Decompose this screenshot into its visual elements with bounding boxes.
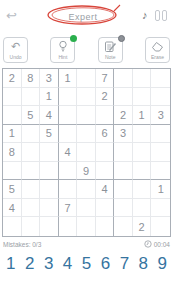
numpad-digit-9[interactable]: 9 [158, 255, 167, 272]
cell-r6c3[interactable] [40, 162, 59, 181]
cell-r9c2[interactable] [22, 217, 41, 236]
cell-r7c7[interactable] [114, 180, 133, 199]
cell-r5c8[interactable] [133, 143, 152, 162]
cell-r1c6[interactable]: 7 [96, 69, 115, 88]
status-row: Mistakes: 0/3 00:04 [0, 240, 173, 248]
cell-r3c8[interactable]: 1 [133, 106, 152, 125]
cell-r2c1[interactable] [3, 88, 22, 107]
cell-r2c5[interactable] [77, 88, 96, 107]
cell-r3c9[interactable]: 3 [151, 106, 170, 125]
cell-r5c1[interactable]: 8 [3, 143, 22, 162]
cell-r5c4[interactable]: 4 [59, 143, 78, 162]
numpad-digit-4[interactable]: 4 [63, 255, 72, 272]
cell-r4c8[interactable] [133, 125, 152, 144]
mistakes-counter: Mistakes: 0/3 [3, 241, 41, 248]
hint-button[interactable]: Hint [50, 37, 75, 63]
note-label: Note [105, 55, 116, 62]
cell-r3c3[interactable]: 4 [40, 106, 59, 125]
cell-r9c3[interactable] [40, 217, 59, 236]
numpad-digit-8[interactable]: 8 [139, 255, 148, 272]
cell-r6c1[interactable] [3, 162, 22, 181]
cell-r6c9[interactable] [151, 162, 170, 181]
cell-r4c3[interactable]: 5 [40, 125, 59, 144]
difficulty-title-wrap: Expert [24, 6, 142, 24]
top-bar: ↩ Expert ♪ [0, 0, 173, 26]
clock-icon [144, 240, 152, 248]
cell-r3c1[interactable] [3, 106, 22, 125]
cell-r4c9[interactable] [151, 125, 170, 144]
cell-r7c8[interactable] [133, 180, 152, 199]
cell-r1c4[interactable]: 1 [59, 69, 78, 88]
cell-r2c6[interactable]: 2 [96, 88, 115, 107]
cell-r2c7[interactable] [114, 88, 133, 107]
back-arrow-icon[interactable]: ↩ [6, 9, 24, 22]
undo-icon: ↶ [11, 38, 20, 55]
cell-r9c5[interactable] [77, 217, 96, 236]
cell-r7c1[interactable]: 5 [3, 180, 22, 199]
cell-r8c9[interactable] [151, 199, 170, 218]
cell-r8c8[interactable] [133, 199, 152, 218]
timer: 00:04 [144, 240, 170, 248]
hint-badge [70, 35, 77, 42]
cell-r8c3[interactable] [40, 199, 59, 218]
undo-label: Undo [10, 55, 22, 62]
timer-value: 00:04 [154, 241, 170, 248]
cell-r6c4[interactable] [59, 162, 78, 181]
cell-r8c6[interactable] [96, 199, 115, 218]
cell-r4c1[interactable]: 1 [3, 125, 22, 144]
cell-r4c5[interactable] [77, 125, 96, 144]
numpad-digit-2[interactable]: 2 [25, 255, 34, 272]
numpad-digit-1[interactable]: 1 [6, 255, 15, 272]
cell-r4c4[interactable] [59, 125, 78, 144]
cell-r2c3[interactable]: 1 [40, 88, 59, 107]
hint-label: Hint [58, 55, 67, 62]
cell-r8c7[interactable] [114, 199, 133, 218]
cell-r7c4[interactable] [59, 180, 78, 199]
cell-r3c6[interactable] [96, 106, 115, 125]
cell-r9c9[interactable] [151, 217, 170, 236]
numpad-digit-7[interactable]: 7 [120, 255, 129, 272]
sudoku-board: 2831712542131563849541472 [2, 68, 171, 237]
cell-r1c5[interactable] [77, 69, 96, 88]
cell-r9c6[interactable] [96, 217, 115, 236]
cell-r1c9[interactable] [151, 69, 170, 88]
cell-r1c1[interactable]: 2 [3, 69, 22, 88]
cell-r4c2[interactable] [22, 125, 41, 144]
cell-r5c9[interactable] [151, 143, 170, 162]
note-button[interactable]: Note [98, 37, 123, 63]
cell-r1c3[interactable]: 3 [40, 69, 59, 88]
cell-r7c2[interactable] [22, 180, 41, 199]
cell-r4c7[interactable]: 3 [114, 125, 133, 144]
cell-r8c5[interactable] [77, 199, 96, 218]
cell-r6c7[interactable] [114, 162, 133, 181]
cell-r9c1[interactable] [3, 217, 22, 236]
cell-r6c2[interactable] [22, 162, 41, 181]
numpad-digit-6[interactable]: 6 [101, 255, 110, 272]
note-pencil-icon [104, 38, 117, 55]
cell-r3c2[interactable]: 5 [22, 106, 41, 125]
cell-r5c7[interactable] [114, 143, 133, 162]
cell-r8c2[interactable] [22, 199, 41, 218]
cell-r7c3[interactable] [40, 180, 59, 199]
cell-r6c5[interactable]: 9 [77, 162, 96, 181]
cell-r6c8[interactable] [133, 162, 152, 181]
music-note-icon[interactable]: ♪ [142, 10, 148, 21]
difficulty-label: Expert [68, 12, 97, 22]
undo-button[interactable]: ↶ Undo [3, 37, 28, 63]
cell-r7c6[interactable]: 4 [96, 180, 115, 199]
cell-r5c2[interactable] [22, 143, 41, 162]
cell-r3c7[interactable]: 2 [114, 106, 133, 125]
number-pad: 123456789 [0, 255, 173, 272]
cell-r5c5[interactable] [77, 143, 96, 162]
cell-r5c3[interactable] [40, 143, 59, 162]
cell-r9c7[interactable] [114, 217, 133, 236]
cell-r7c5[interactable] [77, 180, 96, 199]
numpad-digit-3[interactable]: 3 [44, 255, 53, 272]
cell-r8c1[interactable]: 4 [3, 199, 22, 218]
cell-r1c8[interactable] [133, 69, 152, 88]
topbar-right-icons: ♪ [142, 10, 167, 21]
cell-r3c4[interactable] [59, 106, 78, 125]
cell-r5c6[interactable] [96, 143, 115, 162]
cell-r1c2[interactable]: 8 [22, 69, 41, 88]
cell-r2c8[interactable] [133, 88, 152, 107]
cell-r9c8[interactable]: 2 [133, 217, 152, 236]
erase-label: Erase [151, 55, 164, 62]
toolbar: ↶ Undo Hint Note Erase [0, 37, 173, 63]
eraser-icon [151, 38, 164, 55]
erase-button[interactable]: Erase [145, 37, 170, 63]
pause-button[interactable] [155, 10, 168, 21]
note-badge [118, 35, 125, 42]
numpad-digit-5[interactable]: 5 [82, 255, 91, 272]
cell-r3c5[interactable] [77, 106, 96, 125]
cell-r6c6[interactable] [96, 162, 115, 181]
cell-r2c2[interactable] [22, 88, 41, 107]
cell-r2c4[interactable] [59, 88, 78, 107]
cell-r4c6[interactable]: 6 [96, 125, 115, 144]
cell-r1c7[interactable] [114, 69, 133, 88]
cell-r2c9[interactable] [151, 88, 170, 107]
cell-r9c4[interactable] [59, 217, 78, 236]
cell-r7c9[interactable]: 1 [151, 180, 170, 199]
cell-r8c4[interactable]: 7 [59, 199, 78, 218]
lightbulb-icon [57, 38, 69, 55]
